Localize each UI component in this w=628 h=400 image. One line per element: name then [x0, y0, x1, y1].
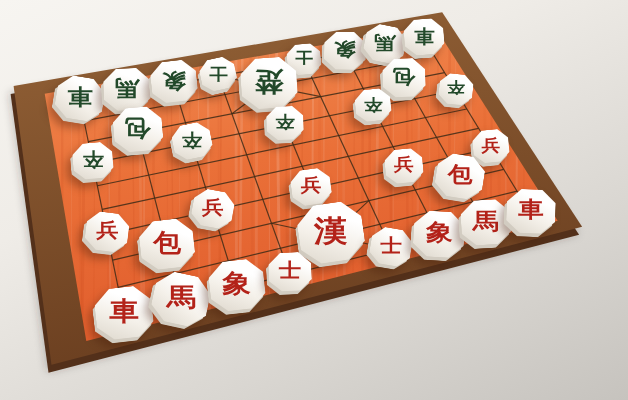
piece-green-soldier-c7[interactable]: 卒 [172, 124, 211, 159]
piece-character: 馬 [365, 27, 406, 57]
piece-green-horse-h10[interactable]: 馬 [365, 25, 406, 62]
piece-character: 象 [151, 63, 197, 97]
piece-green-horse-b10[interactable]: 馬 [104, 69, 151, 111]
piece-green-chariot-a10[interactable]: 車 [56, 77, 104, 120]
piece-green-elephant-g10[interactable]: 象 [324, 32, 366, 70]
piece-red-chariot-a1[interactable]: 車 [95, 287, 152, 338]
piece-green-soldier-a7[interactable]: 卒 [72, 143, 112, 179]
piece-character: 象 [209, 263, 264, 304]
piece-character: 馬 [461, 203, 511, 240]
piece-character: 馬 [153, 276, 209, 318]
piece-character: 兵 [192, 192, 233, 223]
piece-green-soldier-i7[interactable]: 卒 [439, 73, 473, 104]
piece-character: 卒 [172, 126, 211, 155]
piece-character: 象 [414, 214, 465, 252]
piece-red-guard-d1[interactable]: 士 [269, 253, 312, 292]
piece-character: 兵 [86, 215, 129, 247]
piece-character: 楚 [241, 61, 297, 103]
piece-red-soldier-g4[interactable]: 兵 [385, 149, 423, 183]
piece-character: 包 [436, 158, 484, 194]
piece-character: 車 [95, 290, 152, 333]
piece-green-chariot-i10[interactable]: 車 [404, 19, 444, 55]
piece-red-soldier-c4[interactable]: 兵 [192, 190, 233, 227]
piece-red-horse-h1[interactable]: 馬 [461, 200, 511, 245]
piece-red-horse-b1[interactable]: 馬 [153, 273, 209, 324]
piece-character: 卒 [439, 75, 473, 100]
piece-green-elephant-c10[interactable]: 象 [151, 61, 197, 102]
piece-green-general-e9[interactable]: 楚 [241, 58, 297, 109]
piece-red-guard-f1[interactable]: 士 [371, 228, 412, 265]
piece-green-cannon-b8[interactable]: 包 [113, 107, 162, 151]
piece-character: 漢 [299, 207, 364, 255]
piece-character: 兵 [292, 171, 332, 200]
piece-red-elephant-c1[interactable]: 象 [209, 260, 264, 310]
piece-red-cannon-h3[interactable]: 包 [436, 155, 484, 198]
piece-character: 車 [56, 79, 104, 115]
piece-red-chariot-i1[interactable]: 車 [507, 189, 556, 233]
piece-character: 象 [324, 34, 366, 65]
piece-character: 馬 [104, 71, 151, 106]
piece-character: 兵 [385, 151, 423, 179]
piece-character: 卒 [355, 91, 391, 117]
piece-green-soldier-g7[interactable]: 卒 [355, 89, 391, 121]
piece-character: 卒 [266, 108, 303, 136]
piece-character: 卒 [72, 145, 112, 175]
piece-character: 士 [371, 230, 412, 261]
piece-red-cannon-b3[interactable]: 包 [140, 220, 194, 269]
photo-backdrop: 車馬象士士象馬車楚包包卒卒卒卒卒兵兵兵兵兵包包漢車馬象士士象馬車 [0, 0, 628, 400]
piece-character: 包 [113, 110, 162, 146]
piece-character: 包 [383, 61, 426, 93]
piece-red-soldier-a4[interactable]: 兵 [86, 213, 129, 252]
piece-character: 車 [507, 192, 556, 228]
piece-red-soldier-e4[interactable]: 兵 [292, 169, 332, 205]
piece-character: 包 [140, 223, 194, 263]
piece-green-soldier-e7[interactable]: 卒 [266, 106, 303, 139]
piece-red-elephant-g1[interactable]: 象 [414, 211, 465, 257]
piece-character: 士 [269, 255, 312, 287]
piece-character: 車 [404, 21, 444, 51]
piece-green-guard-d10[interactable]: 士 [201, 58, 237, 90]
piece-character: 士 [201, 60, 237, 86]
